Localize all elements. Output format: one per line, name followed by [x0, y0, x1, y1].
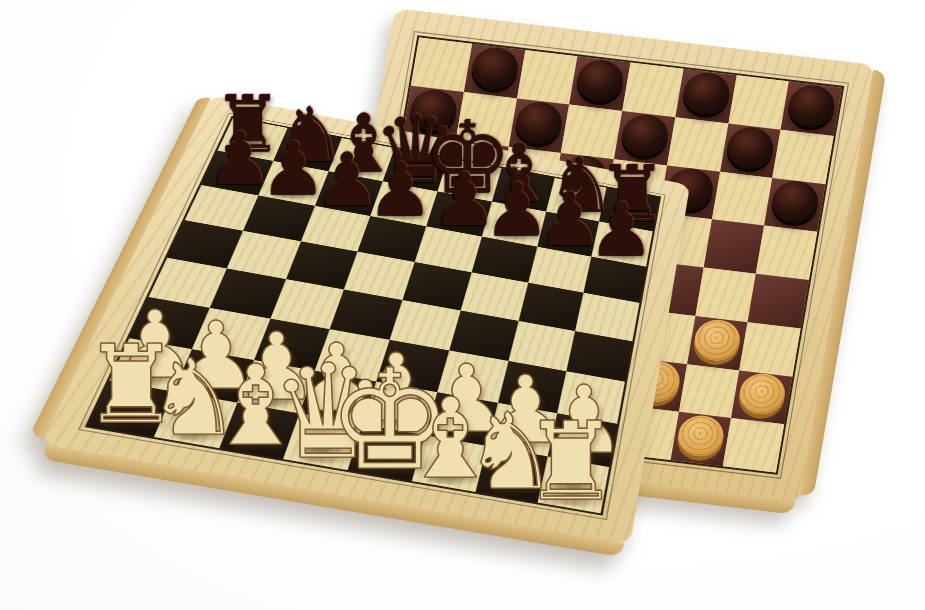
chess-piece-dark-pawn[interactable]: ♟	[588, 193, 654, 267]
checkers-square-0-0[interactable]	[411, 37, 472, 91]
checkers-square-7-7[interactable]	[723, 418, 784, 472]
checkers-square-0-6[interactable]	[728, 75, 789, 129]
checkers-square-3-7[interactable]	[756, 226, 817, 280]
chess-piece-dark-pawn[interactable]: ♟	[367, 153, 433, 227]
checkers-square-6-6[interactable]	[678, 364, 739, 418]
checkers-square-3-6[interactable]	[703, 219, 764, 273]
checkers-square-1-5[interactable]	[667, 117, 728, 171]
checkers-square-0-4[interactable]	[622, 63, 683, 117]
checkers-square-0-2[interactable]	[517, 50, 578, 104]
product-photo-scene: ♜♞♝♛♚♝♞♜♟♟♟♟♟♟♟♟♟♟♟♟♟♟♟♟♜♞♝♛♚♝♞♜	[0, 0, 925, 610]
checkers-square-4-6[interactable]	[695, 268, 756, 322]
chess-piece-light-rook[interactable]: ♜	[523, 408, 620, 516]
checkers-square-4-7[interactable]	[748, 274, 809, 328]
checkers-square-2-6[interactable]	[711, 171, 772, 225]
checkers-square-5-7[interactable]	[740, 322, 801, 376]
checkers-square-1-7[interactable]	[773, 129, 834, 183]
